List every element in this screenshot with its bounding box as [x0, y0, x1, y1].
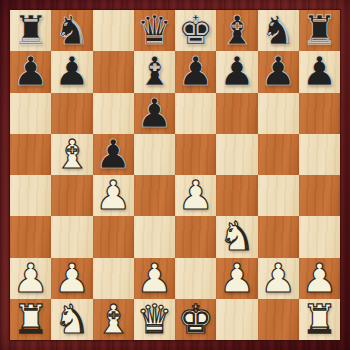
square-h5[interactable]	[299, 134, 340, 175]
black-pawn[interactable]: ♟	[260, 51, 296, 92]
square-h3[interactable]	[299, 216, 340, 257]
square-c1[interactable]: ♝	[93, 299, 134, 340]
square-f6[interactable]	[216, 93, 257, 134]
square-g2[interactable]: ♟	[258, 258, 299, 299]
square-g7[interactable]: ♟	[258, 51, 299, 92]
square-b4[interactable]	[51, 175, 92, 216]
square-c2[interactable]	[93, 258, 134, 299]
black-king[interactable]: ♚	[178, 10, 214, 51]
board-frame: ♜♞♛♚♝♞♜♟♟♝♟♟♟♟♟♝♟♟♟♞♟♟♟♟♟♟♜♞♝♛♚♜	[0, 0, 350, 350]
black-rook[interactable]: ♜	[301, 10, 337, 51]
square-f4[interactable]	[216, 175, 257, 216]
square-b7[interactable]: ♟	[51, 51, 92, 92]
square-e8[interactable]: ♚	[175, 10, 216, 51]
square-f2[interactable]: ♟	[216, 258, 257, 299]
square-g1[interactable]	[258, 299, 299, 340]
square-b6[interactable]	[51, 93, 92, 134]
square-a8[interactable]: ♜	[10, 10, 51, 51]
white-knight[interactable]: ♞	[219, 216, 255, 257]
square-c5[interactable]: ♟	[93, 134, 134, 175]
black-pawn[interactable]: ♟	[301, 51, 337, 92]
square-d1[interactable]: ♛	[134, 299, 175, 340]
square-g8[interactable]: ♞	[258, 10, 299, 51]
square-g3[interactable]	[258, 216, 299, 257]
square-e6[interactable]	[175, 93, 216, 134]
white-pawn[interactable]: ♟	[260, 258, 296, 299]
square-e3[interactable]	[175, 216, 216, 257]
square-h8[interactable]: ♜	[299, 10, 340, 51]
square-a3[interactable]	[10, 216, 51, 257]
white-knight[interactable]: ♞	[54, 299, 90, 340]
square-e2[interactable]	[175, 258, 216, 299]
white-rook[interactable]: ♜	[13, 299, 49, 340]
white-king[interactable]: ♚	[178, 299, 214, 340]
square-c8[interactable]	[93, 10, 134, 51]
black-bishop[interactable]: ♝	[136, 51, 172, 92]
black-pawn[interactable]: ♟	[95, 134, 131, 175]
square-a7[interactable]: ♟	[10, 51, 51, 92]
square-f7[interactable]: ♟	[216, 51, 257, 92]
white-pawn[interactable]: ♟	[95, 175, 131, 216]
square-h1[interactable]: ♜	[299, 299, 340, 340]
square-f5[interactable]	[216, 134, 257, 175]
square-a5[interactable]	[10, 134, 51, 175]
black-pawn[interactable]: ♟	[178, 51, 214, 92]
square-c4[interactable]: ♟	[93, 175, 134, 216]
square-b8[interactable]: ♞	[51, 10, 92, 51]
black-rook[interactable]: ♜	[13, 10, 49, 51]
square-b5[interactable]: ♝	[51, 134, 92, 175]
square-f3[interactable]: ♞	[216, 216, 257, 257]
square-d7[interactable]: ♝	[134, 51, 175, 92]
square-a6[interactable]	[10, 93, 51, 134]
square-d6[interactable]: ♟	[134, 93, 175, 134]
white-bishop[interactable]: ♝	[95, 299, 131, 340]
square-e7[interactable]: ♟	[175, 51, 216, 92]
square-h6[interactable]	[299, 93, 340, 134]
square-g5[interactable]	[258, 134, 299, 175]
white-rook[interactable]: ♜	[301, 299, 337, 340]
white-queen[interactable]: ♛	[136, 299, 172, 340]
black-queen[interactable]: ♛	[136, 10, 172, 51]
chess-board: ♜♞♛♚♝♞♜♟♟♝♟♟♟♟♟♝♟♟♟♞♟♟♟♟♟♟♜♞♝♛♚♜	[10, 10, 340, 340]
square-h7[interactable]: ♟	[299, 51, 340, 92]
square-e1[interactable]: ♚	[175, 299, 216, 340]
square-e5[interactable]	[175, 134, 216, 175]
square-d8[interactable]: ♛	[134, 10, 175, 51]
square-b3[interactable]	[51, 216, 92, 257]
square-f8[interactable]: ♝	[216, 10, 257, 51]
white-pawn[interactable]: ♟	[178, 175, 214, 216]
square-d3[interactable]	[134, 216, 175, 257]
black-bishop[interactable]: ♝	[219, 10, 255, 51]
square-g4[interactable]	[258, 175, 299, 216]
square-c7[interactable]	[93, 51, 134, 92]
square-e4[interactable]: ♟	[175, 175, 216, 216]
square-a4[interactable]	[10, 175, 51, 216]
square-c3[interactable]	[93, 216, 134, 257]
square-d4[interactable]	[134, 175, 175, 216]
square-d5[interactable]	[134, 134, 175, 175]
square-h2[interactable]: ♟	[299, 258, 340, 299]
square-b1[interactable]: ♞	[51, 299, 92, 340]
square-b2[interactable]: ♟	[51, 258, 92, 299]
black-pawn[interactable]: ♟	[219, 51, 255, 92]
black-pawn[interactable]: ♟	[13, 51, 49, 92]
black-pawn[interactable]: ♟	[136, 93, 172, 134]
white-pawn[interactable]: ♟	[219, 258, 255, 299]
black-knight[interactable]: ♞	[54, 10, 90, 51]
white-bishop[interactable]: ♝	[54, 134, 90, 175]
square-g6[interactable]	[258, 93, 299, 134]
square-f1[interactable]	[216, 299, 257, 340]
square-h4[interactable]	[299, 175, 340, 216]
white-pawn[interactable]: ♟	[54, 258, 90, 299]
white-pawn[interactable]: ♟	[301, 258, 337, 299]
square-c6[interactable]	[93, 93, 134, 134]
square-d2[interactable]: ♟	[134, 258, 175, 299]
white-pawn[interactable]: ♟	[13, 258, 49, 299]
square-a2[interactable]: ♟	[10, 258, 51, 299]
square-a1[interactable]: ♜	[10, 299, 51, 340]
black-pawn[interactable]: ♟	[54, 51, 90, 92]
black-knight[interactable]: ♞	[260, 10, 296, 51]
white-pawn[interactable]: ♟	[136, 258, 172, 299]
